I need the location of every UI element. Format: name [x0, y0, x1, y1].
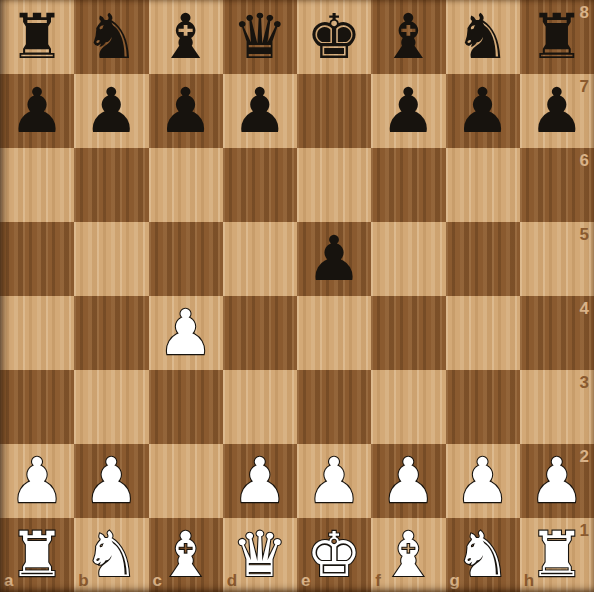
square-a3[interactable]: [0, 370, 74, 444]
black-pawn[interactable]: ♟: [84, 80, 140, 142]
white-knight[interactable]: ♞: [455, 524, 511, 586]
square-c3[interactable]: [149, 370, 223, 444]
square-h3[interactable]: 3: [520, 370, 594, 444]
square-e4[interactable]: [297, 296, 371, 370]
white-pawn[interactable]: ♟: [455, 450, 511, 512]
square-a8[interactable]: ♜: [0, 0, 74, 74]
black-knight[interactable]: ♞: [84, 6, 140, 68]
black-pawn[interactable]: ♟: [9, 80, 65, 142]
square-c7[interactable]: ♟: [149, 74, 223, 148]
square-f5[interactable]: [371, 222, 445, 296]
square-c1[interactable]: c♝: [149, 518, 223, 592]
square-d1[interactable]: d♛: [223, 518, 297, 592]
white-pawn[interactable]: ♟: [9, 450, 65, 512]
square-d2[interactable]: ♟: [223, 444, 297, 518]
square-e6[interactable]: [297, 148, 371, 222]
square-d3[interactable]: [223, 370, 297, 444]
square-g6[interactable]: [446, 148, 520, 222]
square-g4[interactable]: [446, 296, 520, 370]
square-h5[interactable]: 5: [520, 222, 594, 296]
square-d8[interactable]: ♛: [223, 0, 297, 74]
square-g8[interactable]: ♞: [446, 0, 520, 74]
black-bishop[interactable]: ♝: [381, 6, 437, 68]
white-rook[interactable]: ♜: [9, 524, 65, 586]
white-knight[interactable]: ♞: [84, 524, 140, 586]
chess-board: ♜♞♝♛♚♝♞8♜♟♟♟♟♟♟7♟6♟5♟43♟♟♟♟♟♟2♟a♜b♞c♝d♛e…: [0, 0, 594, 592]
black-rook[interactable]: ♜: [529, 6, 585, 68]
black-knight[interactable]: ♞: [455, 6, 511, 68]
white-rook[interactable]: ♜: [529, 524, 585, 586]
rank-label-3: 3: [580, 374, 589, 391]
black-queen[interactable]: ♛: [232, 6, 288, 68]
white-king[interactable]: ♚: [306, 524, 362, 586]
square-e5[interactable]: ♟: [297, 222, 371, 296]
square-b6[interactable]: [74, 148, 148, 222]
square-e1[interactable]: e♚: [297, 518, 371, 592]
black-pawn[interactable]: ♟: [306, 228, 362, 290]
square-d4[interactable]: [223, 296, 297, 370]
white-bishop[interactable]: ♝: [381, 524, 437, 586]
square-b3[interactable]: [74, 370, 148, 444]
white-queen[interactable]: ♛: [232, 524, 288, 586]
square-h2[interactable]: 2♟: [520, 444, 594, 518]
square-g2[interactable]: ♟: [446, 444, 520, 518]
square-b2[interactable]: ♟: [74, 444, 148, 518]
square-e7[interactable]: [297, 74, 371, 148]
square-e3[interactable]: [297, 370, 371, 444]
square-b7[interactable]: ♟: [74, 74, 148, 148]
square-g1[interactable]: g♞: [446, 518, 520, 592]
black-rook[interactable]: ♜: [9, 6, 65, 68]
white-bishop[interactable]: ♝: [158, 524, 214, 586]
square-f1[interactable]: f♝: [371, 518, 445, 592]
square-a5[interactable]: [0, 222, 74, 296]
white-pawn[interactable]: ♟: [232, 450, 288, 512]
square-e8[interactable]: ♚: [297, 0, 371, 74]
square-g7[interactable]: ♟: [446, 74, 520, 148]
rank-label-6: 6: [580, 152, 589, 169]
black-pawn[interactable]: ♟: [232, 80, 288, 142]
square-h4[interactable]: 4: [520, 296, 594, 370]
square-a2[interactable]: ♟: [0, 444, 74, 518]
black-pawn[interactable]: ♟: [455, 80, 511, 142]
square-h8[interactable]: 8♜: [520, 0, 594, 74]
square-g3[interactable]: [446, 370, 520, 444]
white-pawn[interactable]: ♟: [158, 302, 214, 364]
square-c6[interactable]: [149, 148, 223, 222]
square-b4[interactable]: [74, 296, 148, 370]
square-d7[interactable]: ♟: [223, 74, 297, 148]
square-a7[interactable]: ♟: [0, 74, 74, 148]
square-b1[interactable]: b♞: [74, 518, 148, 592]
square-h1[interactable]: h1♜: [520, 518, 594, 592]
square-h6[interactable]: 6: [520, 148, 594, 222]
white-pawn[interactable]: ♟: [529, 450, 585, 512]
rank-label-5: 5: [580, 226, 589, 243]
rank-label-4: 4: [580, 300, 589, 317]
square-c2[interactable]: [149, 444, 223, 518]
square-c8[interactable]: ♝: [149, 0, 223, 74]
square-f8[interactable]: ♝: [371, 0, 445, 74]
square-a6[interactable]: [0, 148, 74, 222]
square-b5[interactable]: [74, 222, 148, 296]
square-g5[interactable]: [446, 222, 520, 296]
black-pawn[interactable]: ♟: [381, 80, 437, 142]
square-b8[interactable]: ♞: [74, 0, 148, 74]
black-pawn[interactable]: ♟: [529, 80, 585, 142]
square-h7[interactable]: 7♟: [520, 74, 594, 148]
square-d5[interactable]: [223, 222, 297, 296]
square-f4[interactable]: [371, 296, 445, 370]
white-pawn[interactable]: ♟: [306, 450, 362, 512]
square-d6[interactable]: [223, 148, 297, 222]
square-c4[interactable]: ♟: [149, 296, 223, 370]
square-c5[interactable]: [149, 222, 223, 296]
square-f2[interactable]: ♟: [371, 444, 445, 518]
black-pawn[interactable]: ♟: [158, 80, 214, 142]
black-king[interactable]: ♚: [306, 6, 362, 68]
square-e2[interactable]: ♟: [297, 444, 371, 518]
square-a4[interactable]: [0, 296, 74, 370]
square-f7[interactable]: ♟: [371, 74, 445, 148]
square-f3[interactable]: [371, 370, 445, 444]
white-pawn[interactable]: ♟: [84, 450, 140, 512]
black-bishop[interactable]: ♝: [158, 6, 214, 68]
square-f6[interactable]: [371, 148, 445, 222]
white-pawn[interactable]: ♟: [381, 450, 437, 512]
square-a1[interactable]: a♜: [0, 518, 74, 592]
